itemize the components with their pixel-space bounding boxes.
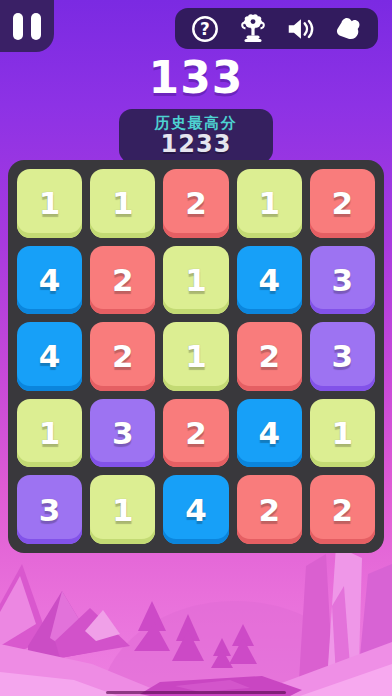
best-score-value: 1233 bbox=[137, 132, 255, 157]
sound-button[interactable] bbox=[284, 13, 316, 45]
trophy-button[interactable] bbox=[237, 13, 269, 45]
hand-icon bbox=[332, 13, 364, 45]
tile-r5c4[interactable]: 2 bbox=[237, 475, 302, 544]
help-icon: ? bbox=[190, 14, 220, 44]
tile-r3c2[interactable]: 2 bbox=[90, 322, 155, 391]
trophy-icon bbox=[237, 13, 269, 45]
game-board: 1121242143421231324131422 bbox=[8, 160, 384, 553]
tile-r1c2[interactable]: 1 bbox=[90, 169, 155, 238]
tile-r5c1[interactable]: 3 bbox=[17, 475, 82, 544]
tile-r3c3[interactable]: 1 bbox=[163, 322, 228, 391]
tile-r4c1[interactable]: 1 bbox=[17, 399, 82, 468]
pause-icon bbox=[13, 13, 23, 40]
tile-r4c2[interactable]: 3 bbox=[90, 399, 155, 468]
tile-r1c4[interactable]: 1 bbox=[237, 169, 302, 238]
pause-icon bbox=[31, 13, 41, 40]
landscape-illustration bbox=[0, 546, 392, 696]
sound-icon bbox=[285, 14, 315, 44]
tile-r5c2[interactable]: 1 bbox=[90, 475, 155, 544]
tile-r2c1[interactable]: 4 bbox=[17, 246, 82, 315]
tile-r4c4[interactable]: 4 bbox=[237, 399, 302, 468]
best-score-panel: 历史最高分 1233 bbox=[119, 109, 273, 163]
tile-r2c2[interactable]: 2 bbox=[90, 246, 155, 315]
tile-r2c5[interactable]: 3 bbox=[310, 246, 375, 315]
svg-text:?: ? bbox=[200, 19, 210, 39]
tile-r1c3[interactable]: 2 bbox=[163, 169, 228, 238]
tile-r5c5[interactable]: 2 bbox=[310, 475, 375, 544]
help-button[interactable]: ? bbox=[189, 13, 221, 45]
home-indicator bbox=[106, 691, 286, 694]
tile-r2c3[interactable]: 1 bbox=[163, 246, 228, 315]
tile-r4c3[interactable]: 2 bbox=[163, 399, 228, 468]
tile-r1c5[interactable]: 2 bbox=[310, 169, 375, 238]
hand-button[interactable] bbox=[332, 13, 364, 45]
tile-r5c3[interactable]: 4 bbox=[163, 475, 228, 544]
tile-r3c4[interactable]: 2 bbox=[237, 322, 302, 391]
current-score: 133 bbox=[0, 52, 392, 103]
tile-r2c4[interactable]: 4 bbox=[237, 246, 302, 315]
board-grid: 1121242143421231324131422 bbox=[17, 169, 375, 544]
tile-r3c1[interactable]: 4 bbox=[17, 322, 82, 391]
toolbar: ? bbox=[175, 8, 378, 49]
tile-r3c5[interactable]: 3 bbox=[310, 322, 375, 391]
tile-r4c5[interactable]: 1 bbox=[310, 399, 375, 468]
pause-button[interactable] bbox=[0, 0, 54, 52]
tile-r1c1[interactable]: 1 bbox=[17, 169, 82, 238]
